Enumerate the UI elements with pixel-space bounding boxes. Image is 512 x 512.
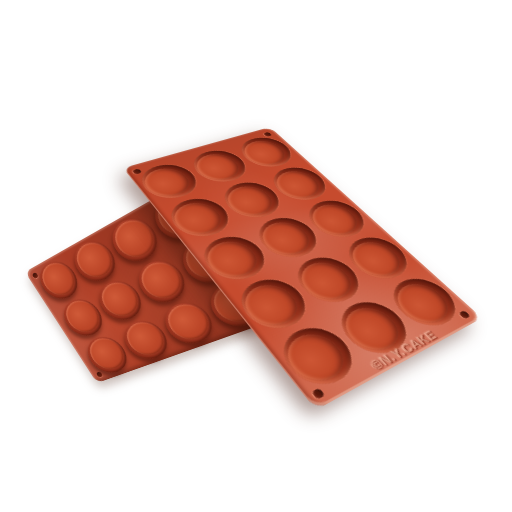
hanging-hole	[132, 168, 142, 174]
hanging-hole	[311, 387, 325, 399]
hanging-hole	[263, 132, 272, 137]
hanging-hole	[458, 310, 470, 319]
hanging-hole	[31, 272, 38, 279]
hanging-hole	[95, 371, 102, 377]
product-photo-scene: ©N.Y.CAKE	[0, 0, 512, 512]
